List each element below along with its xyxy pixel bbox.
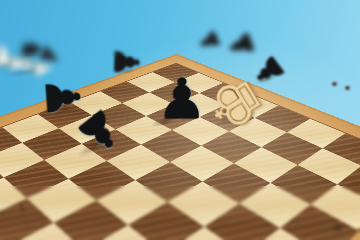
piece-captured-white-3[interactable]: ♟ [32, 59, 53, 79]
piece-behind-board-black-2[interactable]: ♟ [222, 27, 259, 63]
photo-scene: 1 ♟♝♞♟♟♟♟♟♟♟♟♟♚ [0, 0, 360, 240]
piece-backedge-black-pawn-left[interactable]: ♟ [109, 46, 144, 78]
pieces-layer: ♟♝♞♟♟♟♟♟♟♟♟♟♚ [0, 0, 360, 240]
